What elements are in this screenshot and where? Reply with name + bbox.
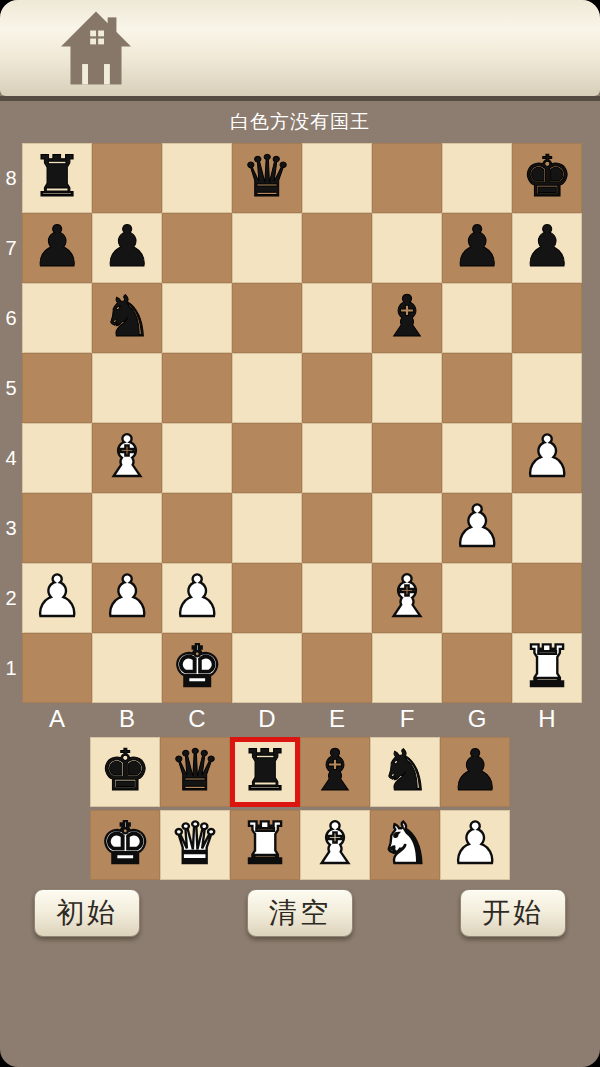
- board-square-g7[interactable]: ♟: [442, 213, 512, 283]
- file-label-h: H: [512, 703, 582, 734]
- tray-cell-white-bishop[interactable]: ♝: [300, 810, 370, 880]
- board-square-a2[interactable]: ♟: [22, 563, 92, 633]
- board-square-e6[interactable]: [302, 283, 372, 353]
- white-pawn-piece: ♟: [449, 815, 500, 872]
- black-queen-piece: ♛: [241, 148, 292, 205]
- rank-label-6: 6: [0, 283, 22, 353]
- rank-labels: 87654321: [0, 143, 22, 703]
- tray-cell-white-pawn[interactable]: ♟: [440, 810, 510, 880]
- rank-label-3: 3: [0, 493, 22, 563]
- board-square-h7[interactable]: ♟: [512, 213, 582, 283]
- board-square-a3[interactable]: [22, 493, 92, 563]
- board-square-h1[interactable]: ♜: [512, 633, 582, 703]
- file-label-a: A: [22, 703, 92, 734]
- status-message: 白色方没有国王: [0, 101, 600, 143]
- board-square-a1[interactable]: [22, 633, 92, 703]
- board-square-c3[interactable]: [162, 493, 232, 563]
- board-square-b6[interactable]: ♞: [92, 283, 162, 353]
- board-square-f2[interactable]: ♝: [372, 563, 442, 633]
- white-piece-tray: ♚♛♜♝♞♟: [90, 810, 510, 880]
- board-square-h5[interactable]: [512, 353, 582, 423]
- board-square-g4[interactable]: [442, 423, 512, 493]
- board-square-c6[interactable]: [162, 283, 232, 353]
- white-queen-piece: ♛: [169, 815, 220, 872]
- file-labels: ABCDEFGH: [22, 703, 582, 734]
- clear-board-button[interactable]: 清空: [247, 889, 353, 937]
- chess-board: ♜♛♚♟♟♟♟♞♝♝♟♟♟♟♟♝♚♜: [22, 143, 582, 703]
- board-square-e4[interactable]: [302, 423, 372, 493]
- black-pawn-piece: ♟: [521, 218, 572, 275]
- board-square-g5[interactable]: [442, 353, 512, 423]
- board-square-c2[interactable]: ♟: [162, 563, 232, 633]
- board-square-g8[interactable]: [442, 143, 512, 213]
- board-square-f4[interactable]: [372, 423, 442, 493]
- white-king-piece: ♚: [171, 638, 222, 695]
- white-bishop-piece: ♝: [309, 815, 360, 872]
- board-square-h4[interactable]: ♟: [512, 423, 582, 493]
- board-square-e8[interactable]: [302, 143, 372, 213]
- black-knight-piece: ♞: [379, 742, 430, 799]
- action-buttons: 初始 清空 开始: [0, 889, 600, 937]
- start-game-button[interactable]: 开始: [460, 889, 566, 937]
- rank-label-1: 1: [0, 633, 22, 703]
- tray-cell-white-knight[interactable]: ♞: [370, 810, 440, 880]
- board-square-g6[interactable]: [442, 283, 512, 353]
- board-square-b2[interactable]: ♟: [92, 563, 162, 633]
- black-pawn-piece: ♟: [449, 742, 500, 799]
- board-square-b1[interactable]: [92, 633, 162, 703]
- board-square-d3[interactable]: [232, 493, 302, 563]
- home-button[interactable]: [60, 8, 132, 90]
- board-square-a4[interactable]: [22, 423, 92, 493]
- board-square-e3[interactable]: [302, 493, 372, 563]
- white-knight-piece: ♞: [379, 815, 430, 872]
- board-square-b5[interactable]: [92, 353, 162, 423]
- white-pawn-piece: ♟: [101, 568, 152, 625]
- board-square-h6[interactable]: [512, 283, 582, 353]
- white-pawn-piece: ♟: [451, 498, 502, 555]
- file-label-e: E: [302, 703, 372, 734]
- rank-label-5: 5: [0, 353, 22, 423]
- rank-label-4: 4: [0, 423, 22, 493]
- rank-label-2: 2: [0, 563, 22, 633]
- tray-cell-black-king[interactable]: ♚: [90, 737, 160, 807]
- board-square-f7[interactable]: [372, 213, 442, 283]
- file-label-d: D: [232, 703, 302, 734]
- black-piece-tray: ♚♛♜♝♞♟: [90, 737, 510, 807]
- board-square-f1[interactable]: [372, 633, 442, 703]
- tray-cell-black-rook[interactable]: ♜: [230, 737, 300, 807]
- board-square-c5[interactable]: [162, 353, 232, 423]
- board-square-d8[interactable]: ♛: [232, 143, 302, 213]
- black-bishop-piece: ♝: [381, 288, 432, 345]
- tray-cell-black-queen[interactable]: ♛: [160, 737, 230, 807]
- black-pawn-piece: ♟: [31, 218, 82, 275]
- white-rook-piece: ♜: [521, 638, 572, 695]
- board-square-a5[interactable]: [22, 353, 92, 423]
- board-square-c4[interactable]: [162, 423, 232, 493]
- board-square-d2[interactable]: [232, 563, 302, 633]
- board-square-c8[interactable]: [162, 143, 232, 213]
- board-square-f3[interactable]: [372, 493, 442, 563]
- black-pawn-piece: ♟: [451, 218, 502, 275]
- black-king-piece: ♚: [99, 742, 150, 799]
- white-bishop-piece: ♝: [381, 568, 432, 625]
- tray-cell-black-bishop[interactable]: ♝: [300, 737, 370, 807]
- board-square-d4[interactable]: [232, 423, 302, 493]
- board-square-h8[interactable]: ♚: [512, 143, 582, 213]
- board-square-g2[interactable]: [442, 563, 512, 633]
- white-king-piece: ♚: [99, 815, 150, 872]
- board-square-e5[interactable]: [302, 353, 372, 423]
- white-pawn-piece: ♟: [171, 568, 222, 625]
- board-square-f5[interactable]: [372, 353, 442, 423]
- rank-label-7: 7: [0, 213, 22, 283]
- app-screen: 白色方没有国王 87654321 ♜♛♚♟♟♟♟♞♝♝♟♟♟♟♟♝♚♜ ABCD…: [0, 0, 600, 1067]
- board-square-d1[interactable]: [232, 633, 302, 703]
- board-square-e1[interactable]: [302, 633, 372, 703]
- file-label-f: F: [372, 703, 442, 734]
- board-area: 87654321 ♜♛♚♟♟♟♟♞♝♝♟♟♟♟♟♝♚♜: [0, 143, 600, 703]
- initial-position-button[interactable]: 初始: [34, 889, 140, 937]
- board-square-d6[interactable]: [232, 283, 302, 353]
- black-pawn-piece: ♟: [101, 218, 152, 275]
- board-square-b4[interactable]: ♝: [92, 423, 162, 493]
- file-label-c: C: [162, 703, 232, 734]
- board-square-h2[interactable]: [512, 563, 582, 633]
- top-toolbar: [0, 0, 600, 96]
- file-label-b: B: [92, 703, 162, 734]
- board-square-e2[interactable]: [302, 563, 372, 633]
- board-square-a8[interactable]: ♜: [22, 143, 92, 213]
- black-king-piece: ♚: [521, 148, 572, 205]
- black-queen-piece: ♛: [169, 742, 220, 799]
- tray-cell-black-pawn[interactable]: ♟: [440, 737, 510, 807]
- board-square-f6[interactable]: ♝: [372, 283, 442, 353]
- board-square-g1[interactable]: [442, 633, 512, 703]
- board-square-a7[interactable]: ♟: [22, 213, 92, 283]
- board-square-c7[interactable]: [162, 213, 232, 283]
- black-bishop-piece: ♝: [309, 742, 360, 799]
- board-square-h3[interactable]: [512, 493, 582, 563]
- tray-cell-black-knight[interactable]: ♞: [370, 737, 440, 807]
- home-icon: [61, 9, 131, 90]
- board-square-d7[interactable]: [232, 213, 302, 283]
- file-label-g: G: [442, 703, 512, 734]
- tray-cell-white-rook[interactable]: ♜: [230, 810, 300, 880]
- board-square-f8[interactable]: [372, 143, 442, 213]
- white-pawn-piece: ♟: [521, 428, 572, 485]
- board-square-e7[interactable]: [302, 213, 372, 283]
- white-rook-piece: ♜: [239, 815, 290, 872]
- white-bishop-piece: ♝: [101, 428, 152, 485]
- board-square-d5[interactable]: [232, 353, 302, 423]
- black-knight-piece: ♞: [101, 288, 152, 345]
- board-square-c1[interactable]: ♚: [162, 633, 232, 703]
- rank-label-8: 8: [0, 143, 22, 213]
- white-pawn-piece: ♟: [31, 568, 82, 625]
- board-square-b8[interactable]: [92, 143, 162, 213]
- tray-cell-white-king[interactable]: ♚: [90, 810, 160, 880]
- board-square-b7[interactable]: ♟: [92, 213, 162, 283]
- tray-cell-white-queen[interactable]: ♛: [160, 810, 230, 880]
- board-square-g3[interactable]: ♟: [442, 493, 512, 563]
- black-rook-piece: ♜: [239, 742, 290, 799]
- black-rook-piece: ♜: [31, 148, 82, 205]
- board-square-a6[interactable]: [22, 283, 92, 353]
- board-square-b3[interactable]: [92, 493, 162, 563]
